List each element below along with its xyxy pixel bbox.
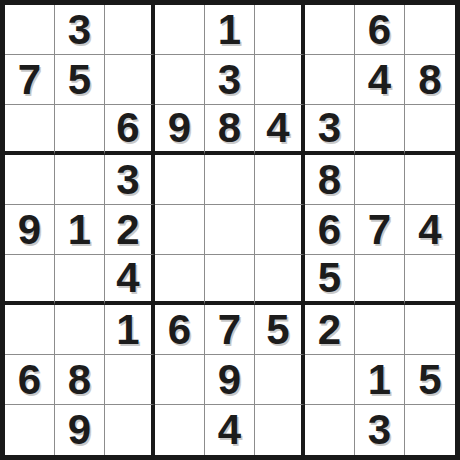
cell-r3c6: 4: [255, 105, 305, 155]
cell-r3c7: 3: [305, 105, 355, 155]
cell-r5c5[interactable]: [205, 205, 255, 255]
cell-r2c2: 5: [55, 55, 105, 105]
cell-r6c8[interactable]: [355, 255, 405, 305]
cell-r9c8: 3: [355, 405, 405, 455]
cell-r1c6[interactable]: [255, 5, 305, 55]
cell-r8c4[interactable]: [155, 355, 205, 405]
cell-r4c3: 3: [105, 155, 155, 205]
cell-r7c4: 6: [155, 305, 205, 355]
cell-r5c4[interactable]: [155, 205, 205, 255]
cell-r1c7[interactable]: [305, 5, 355, 55]
cell-r7c7: 2: [305, 305, 355, 355]
cell-r8c7[interactable]: [305, 355, 355, 405]
cell-r6c1[interactable]: [5, 255, 55, 305]
cell-r6c6[interactable]: [255, 255, 305, 305]
cell-r2c8: 4: [355, 55, 405, 105]
cell-r3c9[interactable]: [405, 105, 455, 155]
cell-r8c8: 1: [355, 355, 405, 405]
cell-r4c2[interactable]: [55, 155, 105, 205]
cell-r1c8: 6: [355, 5, 405, 55]
cell-r9c9[interactable]: [405, 405, 455, 455]
cell-r5c3: 2: [105, 205, 155, 255]
cell-r2c6[interactable]: [255, 55, 305, 105]
cell-r6c3: 4: [105, 255, 155, 305]
cell-r4c7: 8: [305, 155, 355, 205]
cell-r6c2[interactable]: [55, 255, 105, 305]
cell-r3c2[interactable]: [55, 105, 105, 155]
cell-r2c7[interactable]: [305, 55, 355, 105]
cell-r1c5: 1: [205, 5, 255, 55]
cell-r3c5: 8: [205, 105, 255, 155]
cell-r1c9[interactable]: [405, 5, 455, 55]
cell-r8c1: 6: [5, 355, 55, 405]
cell-r6c9[interactable]: [405, 255, 455, 305]
cell-r7c6: 5: [255, 305, 305, 355]
cell-r9c2: 9: [55, 405, 105, 455]
cell-r7c1[interactable]: [5, 305, 55, 355]
cell-r3c3: 6: [105, 105, 155, 155]
cell-r4c4[interactable]: [155, 155, 205, 205]
cell-r9c6[interactable]: [255, 405, 305, 455]
cell-r1c1[interactable]: [5, 5, 55, 55]
cell-r4c1[interactable]: [5, 155, 55, 205]
cell-r8c3[interactable]: [105, 355, 155, 405]
cell-r5c1: 9: [5, 205, 55, 255]
cell-r7c2[interactable]: [55, 305, 105, 355]
cell-r5c8: 7: [355, 205, 405, 255]
cell-r6c7: 5: [305, 255, 355, 305]
cell-r8c6[interactable]: [255, 355, 305, 405]
cell-r9c4[interactable]: [155, 405, 205, 455]
cell-r5c6[interactable]: [255, 205, 305, 255]
cell-r5c9: 4: [405, 205, 455, 255]
cell-r5c2: 1: [55, 205, 105, 255]
cell-r1c2: 3: [55, 5, 105, 55]
cell-r9c5: 4: [205, 405, 255, 455]
cell-r4c6[interactable]: [255, 155, 305, 205]
cell-r7c8[interactable]: [355, 305, 405, 355]
cell-r1c3[interactable]: [105, 5, 155, 55]
cell-r2c4[interactable]: [155, 55, 205, 105]
cell-r6c5[interactable]: [205, 255, 255, 305]
cell-r8c2: 8: [55, 355, 105, 405]
cell-r7c9[interactable]: [405, 305, 455, 355]
cell-r4c9[interactable]: [405, 155, 455, 205]
cell-r4c5[interactable]: [205, 155, 255, 205]
cell-r2c3[interactable]: [105, 55, 155, 105]
cell-r8c5: 9: [205, 355, 255, 405]
cell-r9c7[interactable]: [305, 405, 355, 455]
cell-r2c1: 7: [5, 55, 55, 105]
cell-r7c5: 7: [205, 305, 255, 355]
cell-r4c8[interactable]: [355, 155, 405, 205]
sudoku-board: 316753486984338912674451675268915943: [0, 0, 460, 460]
cell-r1c4[interactable]: [155, 5, 205, 55]
cell-r7c3: 1: [105, 305, 155, 355]
cell-r2c5: 3: [205, 55, 255, 105]
cell-r8c9: 5: [405, 355, 455, 405]
cell-r3c1[interactable]: [5, 105, 55, 155]
cell-r9c1[interactable]: [5, 405, 55, 455]
cell-r5c7: 6: [305, 205, 355, 255]
cell-r2c9: 8: [405, 55, 455, 105]
cell-r3c8[interactable]: [355, 105, 405, 155]
cell-r3c4: 9: [155, 105, 205, 155]
cell-r9c3[interactable]: [105, 405, 155, 455]
cell-r6c4[interactable]: [155, 255, 205, 305]
